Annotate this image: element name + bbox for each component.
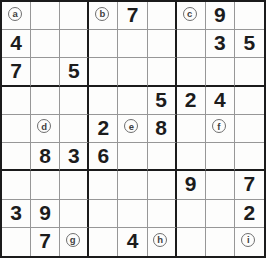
given-digit: 3 [10, 202, 22, 223]
cell-r1c3[interactable] [60, 2, 89, 30]
cell-r7c6[interactable] [148, 171, 177, 199]
sudoku-board: ab7c943575524d2e8f836973927g4hi [0, 0, 266, 258]
cell-r3c1[interactable]: 7 [2, 58, 31, 86]
cell-r4c3[interactable] [60, 87, 89, 115]
cell-r8c9[interactable]: 2 [235, 200, 264, 228]
given-digit: 9 [214, 4, 226, 25]
given-digit: 2 [98, 117, 110, 138]
cell-r2c5[interactable] [118, 30, 147, 58]
cell-r4c2[interactable] [31, 87, 60, 115]
cell-r6c4[interactable]: 6 [89, 143, 118, 171]
cell-r8c8[interactable] [206, 200, 235, 228]
cell-r9c7[interactable] [177, 228, 206, 256]
cell-r6c1[interactable] [2, 143, 31, 171]
cell-r8c4[interactable] [89, 200, 118, 228]
given-digit: 3 [68, 145, 80, 166]
cell-r2c2[interactable] [31, 30, 60, 58]
cell-r6c9[interactable] [235, 143, 264, 171]
circled-label-f: f [212, 119, 226, 133]
cell-r9c4[interactable] [89, 228, 118, 256]
cell-r1c6[interactable] [148, 2, 177, 30]
cell-r1c7[interactable]: c [177, 2, 206, 30]
cell-r5c3[interactable] [60, 115, 89, 143]
cell-r4c4[interactable] [89, 87, 118, 115]
cell-r7c4[interactable] [89, 171, 118, 199]
cell-r2c9[interactable]: 5 [235, 30, 264, 58]
cell-r2c3[interactable] [60, 30, 89, 58]
cell-r8c6[interactable] [148, 200, 177, 228]
cell-r3c6[interactable] [148, 58, 177, 86]
given-digit: 5 [155, 89, 167, 110]
cell-r9c9[interactable]: i [235, 228, 264, 256]
circled-label-h: h [153, 233, 167, 247]
cell-r5c9[interactable] [235, 115, 264, 143]
cell-r8c1[interactable]: 3 [2, 200, 31, 228]
cell-r1c1[interactable]: a [2, 2, 31, 30]
cell-r4c1[interactable] [2, 87, 31, 115]
cell-r9c6[interactable]: h [148, 228, 177, 256]
cell-r2c1[interactable]: 4 [2, 30, 31, 58]
given-digit: 8 [39, 145, 51, 166]
cell-r7c1[interactable] [2, 171, 31, 199]
given-digit: 2 [244, 202, 256, 223]
cell-r5c2[interactable]: d [31, 115, 60, 143]
cell-r1c2[interactable] [31, 2, 60, 30]
cell-r9c3[interactable]: g [60, 228, 89, 256]
cell-r3c3[interactable]: 5 [60, 58, 89, 86]
given-digit: 5 [68, 60, 80, 81]
cell-r2c4[interactable] [89, 30, 118, 58]
given-digit: 7 [39, 230, 51, 251]
given-digit: 9 [39, 202, 51, 223]
cell-r9c5[interactable]: 4 [118, 228, 147, 256]
cell-r2c8[interactable]: 3 [206, 30, 235, 58]
cell-r1c5[interactable]: 7 [118, 2, 147, 30]
cell-r5c8[interactable]: f [206, 115, 235, 143]
cell-r4c6[interactable]: 5 [148, 87, 177, 115]
cell-r4c8[interactable]: 4 [206, 87, 235, 115]
cell-r8c7[interactable] [177, 200, 206, 228]
circled-label-c: c [183, 7, 197, 21]
cell-r3c4[interactable] [89, 58, 118, 86]
cell-r7c8[interactable] [206, 171, 235, 199]
cell-r1c9[interactable] [235, 2, 264, 30]
cell-r1c8[interactable]: 9 [206, 2, 235, 30]
circled-label-a: a [8, 7, 22, 21]
cell-r1c4[interactable]: b [89, 2, 118, 30]
cell-r8c2[interactable]: 9 [31, 200, 60, 228]
given-digit: 4 [10, 32, 22, 53]
cell-r3c8[interactable] [206, 58, 235, 86]
given-digit: 5 [244, 32, 256, 53]
given-digit: 7 [10, 60, 22, 81]
cell-r9c1[interactable] [2, 228, 31, 256]
circled-label-d: d [37, 119, 51, 133]
cell-r5c4[interactable]: 2 [89, 115, 118, 143]
cell-r6c3[interactable]: 3 [60, 143, 89, 171]
cell-r7c9[interactable]: 7 [235, 171, 264, 199]
given-digit: 4 [127, 230, 139, 251]
cell-r6c5[interactable] [118, 143, 147, 171]
cell-r5c1[interactable] [2, 115, 31, 143]
circled-label-e: e [124, 119, 138, 133]
cell-r3c5[interactable] [118, 58, 147, 86]
cell-r7c7[interactable]: 9 [177, 171, 206, 199]
cell-r4c7[interactable]: 2 [177, 87, 206, 115]
circled-label-b: b [95, 7, 109, 21]
cell-r7c2[interactable] [31, 171, 60, 199]
given-digit: 6 [98, 145, 110, 166]
cell-r6c8[interactable] [206, 143, 235, 171]
cell-r9c8[interactable] [206, 228, 235, 256]
cell-r5c5[interactable]: e [118, 115, 147, 143]
cell-r6c6[interactable] [148, 143, 177, 171]
given-digit: 9 [185, 173, 197, 194]
cell-r7c3[interactable] [60, 171, 89, 199]
cell-r7c5[interactable] [118, 171, 147, 199]
cell-r5c6[interactable]: 8 [148, 115, 177, 143]
given-digit: 3 [214, 32, 226, 53]
circled-label-g: g [66, 233, 80, 247]
cell-r3c2[interactable] [31, 58, 60, 86]
cell-r8c5[interactable] [118, 200, 147, 228]
cell-r3c9[interactable] [235, 58, 264, 86]
cell-r8c3[interactable] [60, 200, 89, 228]
cell-r6c2[interactable]: 8 [31, 143, 60, 171]
circled-label-i: i [241, 233, 255, 247]
given-digit: 7 [244, 173, 256, 194]
cell-r2c7[interactable] [177, 30, 206, 58]
given-digit: 4 [214, 89, 226, 110]
cell-r4c9[interactable] [235, 87, 264, 115]
cell-r2c6[interactable] [148, 30, 177, 58]
cell-r3c7[interactable] [177, 58, 206, 86]
cell-r9c2[interactable]: 7 [31, 228, 60, 256]
given-digit: 8 [155, 117, 167, 138]
cell-r6c7[interactable] [177, 143, 206, 171]
given-digit: 7 [127, 4, 139, 25]
cell-r4c5[interactable] [118, 87, 147, 115]
cell-r5c7[interactable] [177, 115, 206, 143]
given-digit: 2 [185, 89, 197, 110]
